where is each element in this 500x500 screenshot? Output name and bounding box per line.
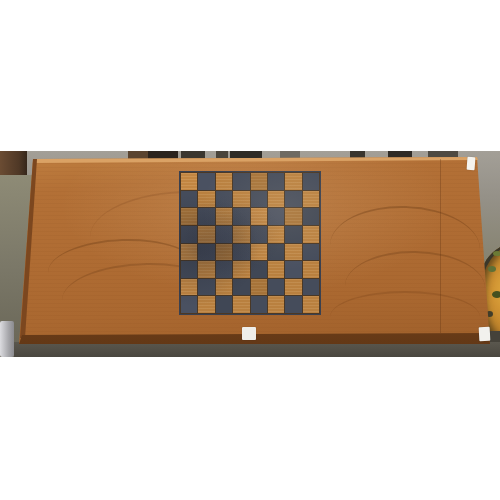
square-a5 [181, 226, 197, 243]
table-shadow [14, 342, 500, 357]
square-d4 [233, 244, 249, 261]
square-g5 [285, 226, 301, 243]
square-h3 [303, 261, 319, 278]
square-g7 [285, 191, 301, 208]
square-h7 [303, 191, 319, 208]
square-a3 [181, 261, 197, 278]
square-c7 [216, 191, 232, 208]
square-g3 [285, 261, 301, 278]
square-g4 [285, 244, 301, 261]
square-f5 [268, 226, 284, 243]
square-a6 [181, 208, 197, 225]
square-d5 [233, 226, 249, 243]
square-c1 [216, 296, 232, 313]
square-g6 [285, 208, 301, 225]
square-f4 [268, 244, 284, 261]
square-a8 [181, 173, 197, 190]
background-object-metal [0, 321, 14, 357]
square-e7 [251, 191, 267, 208]
square-h6 [303, 208, 319, 225]
price-sticker-bottom-center [242, 327, 256, 340]
tray-mark [493, 251, 500, 256]
background-furniture-leg [128, 151, 148, 159]
square-e6 [251, 208, 267, 225]
square-d1 [233, 296, 249, 313]
square-f2 [268, 279, 284, 296]
square-h4 [303, 244, 319, 261]
square-a2 [181, 279, 197, 296]
square-a7 [181, 191, 197, 208]
background-furniture-leg [280, 151, 300, 158]
square-c5 [216, 226, 232, 243]
square-f6 [268, 208, 284, 225]
square-a1 [181, 296, 197, 313]
square-h1 [303, 296, 319, 313]
wood-grain-streak [330, 291, 480, 343]
square-d3 [233, 261, 249, 278]
square-a4 [181, 244, 197, 261]
square-b7 [198, 191, 214, 208]
square-g2 [285, 279, 301, 296]
square-b8 [198, 173, 214, 190]
square-h8 [303, 173, 319, 190]
square-f1 [268, 296, 284, 313]
chessboard [179, 171, 321, 315]
background-furniture-leg [230, 151, 262, 159]
square-e1 [251, 296, 267, 313]
square-d2 [233, 279, 249, 296]
price-sticker-top-right [467, 157, 476, 171]
square-e3 [251, 261, 267, 278]
square-b5 [198, 226, 214, 243]
background-furniture-leg [216, 151, 228, 159]
tray-mark [492, 291, 500, 298]
square-d6 [233, 208, 249, 225]
square-h5 [303, 226, 319, 243]
square-e8 [251, 173, 267, 190]
square-c6 [216, 208, 232, 225]
square-h2 [303, 279, 319, 296]
square-c2 [216, 279, 232, 296]
square-b6 [198, 208, 214, 225]
background-furniture-leg [428, 151, 458, 158]
square-b2 [198, 279, 214, 296]
tray-mark [488, 266, 496, 272]
square-b3 [198, 261, 214, 278]
square-e4 [251, 244, 267, 261]
square-c4 [216, 244, 232, 261]
square-d7 [233, 191, 249, 208]
square-g8 [285, 173, 301, 190]
square-f3 [268, 261, 284, 278]
square-f7 [268, 191, 284, 208]
square-c8 [216, 173, 232, 190]
wood-seam [440, 159, 441, 333]
square-b4 [198, 244, 214, 261]
price-sticker-bottom-right [479, 327, 491, 342]
shop-photo [0, 151, 500, 357]
square-g1 [285, 296, 301, 313]
square-b1 [198, 296, 214, 313]
photo-frame [0, 0, 500, 500]
square-d8 [233, 173, 249, 190]
square-e5 [251, 226, 267, 243]
square-f8 [268, 173, 284, 190]
square-e2 [251, 279, 267, 296]
square-c3 [216, 261, 232, 278]
background-cabinet [0, 151, 27, 177]
